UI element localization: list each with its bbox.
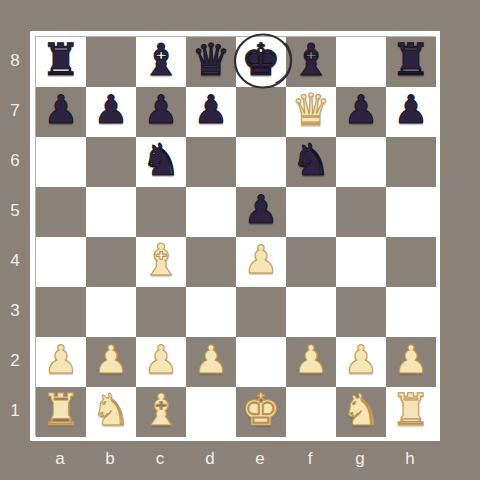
square-f7[interactable]: ♛ [286,87,336,137]
file-label-b: b [85,444,135,474]
chess-board: ♜♝♛♚♝♜♟♟♟♟♛♟♟♞♞♟♝♟♟♟♟♟♟♟♟♜♞♝♚♞♜ [30,31,440,441]
square-g7[interactable]: ♟ [336,87,386,137]
square-g4[interactable] [336,237,386,287]
file-label-c: c [135,444,185,474]
square-b1[interactable]: ♞ [86,387,136,437]
file-labels: abcdefgh [35,444,435,474]
square-e7[interactable] [236,87,286,137]
rank-label-6: 6 [0,136,30,186]
piece-black-bishop: ♝ [141,35,180,85]
piece-white-rook: ♜ [41,385,80,435]
piece-white-pawn: ♟ [294,335,329,385]
piece-black-pawn: ♟ [344,85,379,135]
piece-black-pawn: ♟ [44,85,79,135]
square-h2[interactable]: ♟ [386,337,436,387]
square-h7[interactable]: ♟ [386,87,436,137]
file-label-h: h [385,444,435,474]
piece-white-king: ♚ [241,385,280,435]
square-b8[interactable] [86,37,136,87]
square-h4[interactable] [386,237,436,287]
square-b5[interactable] [86,187,136,237]
square-g6[interactable] [336,137,386,187]
square-d6[interactable] [186,137,236,187]
piece-black-knight: ♞ [141,135,180,185]
square-a2[interactable]: ♟ [36,337,86,387]
square-c8[interactable]: ♝ [136,37,186,87]
rank-label-4: 4 [0,236,30,286]
square-c7[interactable]: ♟ [136,87,186,137]
square-b3[interactable] [86,287,136,337]
square-d4[interactable] [186,237,236,287]
square-e3[interactable] [236,287,286,337]
rank-label-8: 8 [0,36,30,86]
piece-white-bishop: ♝ [141,385,180,435]
square-c1[interactable]: ♝ [136,387,186,437]
square-f5[interactable] [286,187,336,237]
square-d7[interactable]: ♟ [186,87,236,137]
piece-black-pawn: ♟ [394,85,429,135]
square-f4[interactable] [286,237,336,287]
square-h6[interactable] [386,137,436,187]
square-e8[interactable]: ♚ [236,37,286,87]
piece-black-bishop: ♝ [291,35,330,85]
piece-black-pawn: ♟ [94,85,129,135]
square-a6[interactable] [36,137,86,187]
square-e4[interactable]: ♟ [236,237,286,287]
piece-black-rook: ♜ [41,35,80,85]
square-c3[interactable] [136,287,186,337]
file-label-e: e [235,444,285,474]
square-c4[interactable]: ♝ [136,237,186,287]
file-label-a: a [35,444,85,474]
square-d8[interactable]: ♛ [186,37,236,87]
piece-white-pawn: ♟ [144,335,179,385]
square-c5[interactable] [136,187,186,237]
piece-white-knight: ♞ [91,385,130,435]
square-g1[interactable]: ♞ [336,387,386,437]
square-a4[interactable] [36,237,86,287]
square-e2[interactable] [236,337,286,387]
square-d2[interactable]: ♟ [186,337,236,387]
square-b6[interactable] [86,137,136,187]
piece-white-pawn: ♟ [344,335,379,385]
piece-white-pawn: ♟ [44,335,79,385]
square-b4[interactable] [86,237,136,287]
square-d1[interactable] [186,387,236,437]
piece-white-rook: ♜ [391,385,430,435]
rank-label-2: 2 [0,336,30,386]
square-c2[interactable]: ♟ [136,337,186,387]
square-d3[interactable] [186,287,236,337]
square-a1[interactable]: ♜ [36,387,86,437]
piece-white-pawn: ♟ [394,335,429,385]
board-grid: ♜♝♛♚♝♜♟♟♟♟♛♟♟♞♞♟♝♟♟♟♟♟♟♟♟♜♞♝♚♞♜ [35,36,435,436]
piece-black-pawn: ♟ [244,185,279,235]
piece-black-knight: ♞ [291,135,330,185]
square-h1[interactable]: ♜ [386,387,436,437]
piece-black-king: ♚ [241,35,280,85]
square-a7[interactable]: ♟ [36,87,86,137]
square-c6[interactable]: ♞ [136,137,186,187]
piece-black-pawn: ♟ [144,85,179,135]
square-g8[interactable] [336,37,386,87]
square-g2[interactable]: ♟ [336,337,386,387]
square-h5[interactable] [386,187,436,237]
square-a5[interactable] [36,187,86,237]
piece-white-knight: ♞ [341,385,380,435]
square-g5[interactable] [336,187,386,237]
piece-black-rook: ♜ [391,35,430,85]
square-g3[interactable] [336,287,386,337]
file-label-g: g [335,444,385,474]
square-e5[interactable]: ♟ [236,187,286,237]
square-d5[interactable] [186,187,236,237]
rank-labels: 87654321 [0,36,30,436]
square-a8[interactable]: ♜ [36,37,86,87]
square-e6[interactable] [236,137,286,187]
rank-label-5: 5 [0,186,30,236]
square-f6[interactable]: ♞ [286,137,336,187]
square-b7[interactable]: ♟ [86,87,136,137]
square-f1[interactable] [286,387,336,437]
square-f2[interactable]: ♟ [286,337,336,387]
piece-white-bishop: ♝ [141,235,180,285]
square-h8[interactable]: ♜ [386,37,436,87]
square-b2[interactable]: ♟ [86,337,136,387]
square-f3[interactable] [286,287,336,337]
piece-black-queen: ♛ [191,35,230,85]
rank-label-1: 1 [0,386,30,436]
file-label-f: f [285,444,335,474]
rank-label-7: 7 [0,86,30,136]
square-h3[interactable] [386,287,436,337]
file-label-d: d [185,444,235,474]
piece-white-queen: ♛ [291,85,330,135]
square-a3[interactable] [36,287,86,337]
rank-label-3: 3 [0,286,30,336]
piece-white-pawn: ♟ [244,235,279,285]
piece-white-pawn: ♟ [194,335,229,385]
piece-black-pawn: ♟ [194,85,229,135]
square-f8[interactable]: ♝ [286,37,336,87]
piece-white-pawn: ♟ [94,335,129,385]
square-e1[interactable]: ♚ [236,387,286,437]
